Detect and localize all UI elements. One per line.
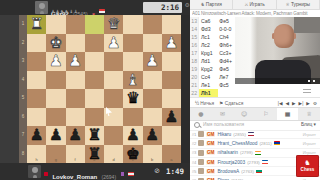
streamer-face <box>274 24 294 48</box>
opening-name: A01 Nimzowitsch-Larsen Attack: Modern, P… <box>192 10 318 17</box>
tab-Турниры[interactable]: ♕Турниры <box>277 0 320 9</box>
move-number: 17 <box>190 49 199 57</box>
fullscreen-icon[interactable] <box>313 80 315 82</box>
title-badge: GM <box>206 141 215 146</box>
move-number: 13 <box>190 17 199 25</box>
square-f6[interactable] <box>66 108 85 127</box>
country-flag-icon <box>246 179 252 180</box>
title-badge: GM <box>206 132 215 137</box>
square-a3[interactable] <box>162 52 181 71</box>
rank-label: #4 <box>190 160 198 165</box>
black-move[interactable]: Фе5 <box>218 65 236 73</box>
square-b7[interactable]: ♟ <box>143 126 162 145</box>
white-bishop-c4[interactable]: ♝ <box>123 71 142 90</box>
white-move[interactable]: Лс1 <box>199 33 217 41</box>
square-f4[interactable] <box>66 71 85 90</box>
square-e6[interactable] <box>85 108 104 127</box>
square-d2[interactable]: ♟ <box>104 34 123 53</box>
nav-icon[interactable]: ▶ <box>292 101 296 106</box>
title-badge: GM <box>206 178 215 180</box>
webcam-video <box>235 17 320 84</box>
white-move[interactable]: Крg2 <box>199 65 217 73</box>
title-badge: GM <box>206 169 215 174</box>
volume-icon[interactable] <box>308 80 310 82</box>
black-pawn-a6[interactable]: ♟ <box>162 108 181 127</box>
player-rating: (2763) <box>241 169 254 174</box>
title-badge: GM <box>206 160 215 165</box>
white-move[interactable]: Лd1 <box>199 57 217 65</box>
black-move[interactable]: Фd4+ <box>218 57 236 65</box>
rank-label: #5 <box>190 169 198 174</box>
chess-logo-badge: ♞ Chess <box>296 155 319 177</box>
black-move[interactable]: Фh6+ <box>218 41 236 49</box>
country-flag-icon <box>248 132 254 136</box>
black-pawn-b7[interactable]: ♟ <box>143 126 162 145</box>
square-a6[interactable]: ♟ <box>162 108 181 127</box>
player-status: Играет <box>303 141 316 146</box>
avatar <box>198 168 204 174</box>
country-flag-icon <box>256 169 262 173</box>
move-row: 20Сс4Ле7 <box>190 73 236 81</box>
white-move[interactable]: Сс4 <box>199 73 217 81</box>
white-move[interactable]: Сa6 <box>199 17 217 25</box>
white-pawn-f3[interactable]: ♟ <box>66 52 85 71</box>
avatar <box>35 1 48 14</box>
tab-icon: ♞ <box>200 2 204 7</box>
square-d4[interactable] <box>104 71 123 90</box>
move-number: 15 <box>190 33 199 41</box>
rank-label: #3 <box>190 150 198 155</box>
black-move[interactable]: Сh4 <box>218 33 236 41</box>
square-f7[interactable]: ♟ <box>66 126 85 145</box>
white-move[interactable]: Крg1 <box>199 49 217 57</box>
badge-text: Chess <box>301 167 315 172</box>
avatar <box>198 178 204 180</box>
move-row: 13Сa6Фе5 <box>190 17 236 25</box>
black-move[interactable]: Ле7 <box>218 73 236 81</box>
rank-label: #6 <box>190 178 198 180</box>
move-row: 21Ле1Фс5 <box>190 81 236 89</box>
player-rating: (2855) <box>233 132 246 137</box>
draw-offer-button[interactable]: ½ Ничья <box>195 101 214 106</box>
player-rating: (2745) <box>231 178 244 180</box>
move-row: 18Лd1Фd4+ <box>190 57 236 65</box>
board-right-margin <box>181 15 190 163</box>
player-name[interactable]: Firouzja2003 <box>217 160 245 165</box>
white-pawn-b3[interactable]: ♟ <box>143 52 162 71</box>
search-icon <box>194 122 200 128</box>
avatar <box>198 150 204 156</box>
title-badge: GM <box>206 150 215 155</box>
square-c5[interactable]: ♛ <box>123 89 142 108</box>
country-flag-icon <box>274 141 280 145</box>
black-pawn-h7[interactable]: ♟ <box>27 126 46 145</box>
square-g3[interactable]: ♟ <box>46 52 65 71</box>
player-rating: (2811) <box>259 141 271 146</box>
tab-icon: ⚔ <box>244 2 248 7</box>
background-furniture <box>294 17 320 33</box>
square-e5[interactable] <box>85 89 104 108</box>
move-number: 16 <box>190 41 199 49</box>
player-name[interactable]: nihalsarin <box>217 150 238 155</box>
square-h1[interactable]: ♜ <box>27 15 46 34</box>
move-row: 15Лс1Сh4 <box>190 33 236 41</box>
square-g5[interactable] <box>46 89 65 108</box>
leaderboard-row[interactable]: #1GMHikaru(2855)Играет <box>190 130 320 139</box>
square-c4[interactable]: ♝ <box>123 71 142 90</box>
square-h5[interactable] <box>27 89 46 108</box>
square-e4[interactable] <box>85 71 104 90</box>
move-row: 22Лh1 <box>190 89 236 97</box>
square-c7[interactable]: ♟ <box>123 126 142 145</box>
rank-label: #2 <box>190 141 198 146</box>
square-h6[interactable] <box>27 108 46 127</box>
square-a7[interactable] <box>162 126 181 145</box>
player-status: Играет <box>303 132 316 137</box>
black-move[interactable]: Сc3+ <box>218 49 236 57</box>
flag-icon <box>128 172 134 176</box>
square-d7[interactable] <box>104 126 123 145</box>
black-pawn-f7[interactable]: ♟ <box>66 126 85 145</box>
tab-Играть[interactable]: ⚔Играть <box>233 0 276 9</box>
square-g1[interactable] <box>46 15 65 34</box>
square-a5[interactable] <box>162 89 181 108</box>
patron-icon <box>121 172 124 176</box>
nav-icon[interactable]: |◀ <box>278 101 283 106</box>
leaderboard-row[interactable]: #6GMDinar(2745)Играет <box>190 176 320 180</box>
square-b3[interactable]: ♟ <box>143 52 162 71</box>
move-row: 16Лс2Фh6+ <box>190 41 236 49</box>
top-captured-pieces: ♟♟♞♞♝♝ <box>51 9 78 14</box>
square-g6[interactable] <box>46 108 65 127</box>
move-row: 14Фd30-0-0 <box>190 25 236 33</box>
webcam-bottom-bar <box>235 78 320 84</box>
white-move[interactable]: Ле1 <box>199 81 217 89</box>
leaderboard-row[interactable]: #2GMHrant_ChessMood(2811)Играет <box>190 139 320 148</box>
square-e1[interactable] <box>85 15 104 34</box>
nav-icon[interactable]: ▶ <box>306 101 310 106</box>
black-move[interactable]: Фе5 <box>218 17 236 25</box>
rating-filter-dropdown[interactable]: Блиц ▾ <box>301 122 316 127</box>
white-king-g2[interactable]: ♚ <box>46 34 65 53</box>
top-player-bar: Gaz92 (2545) ♥ ♟♟♞♞♝♝ 2:16 ⚙ <box>0 0 190 15</box>
square-g2[interactable]: ♚ <box>46 34 65 53</box>
square-h3[interactable] <box>27 52 46 71</box>
rank-coordinates: 12345678 <box>19 15 27 163</box>
move-number: 20 <box>190 73 199 81</box>
square-h4[interactable] <box>27 71 46 90</box>
move-list[interactable]: 13Сa6Фе514Фd30-0-015Лс1Сh416Лс2Фh6+17Крg… <box>190 17 236 97</box>
square-b1[interactable] <box>143 15 162 34</box>
bottom-clock: 1:49 <box>166 167 184 176</box>
avatar <box>198 159 204 165</box>
square-f3[interactable]: ♟ <box>66 52 85 71</box>
move-row: 17Крg1Сc3+ <box>190 49 236 57</box>
player-name[interactable]: BrodowsA <box>217 169 239 174</box>
search-input[interactable]: Имя пользователя <box>203 122 301 127</box>
top-clock: 2:16 <box>143 2 182 13</box>
square-d1[interactable]: ♛ <box>104 15 123 34</box>
square-g4[interactable] <box>46 71 65 90</box>
white-move[interactable]: Фd3 <box>199 25 217 33</box>
square-a4[interactable] <box>162 71 181 90</box>
player-name[interactable]: Hrant_ChessMood <box>217 141 257 146</box>
move-number: 14 <box>190 25 199 33</box>
black-move[interactable]: 0-0-0 <box>218 25 236 33</box>
knight-icon: ♞ <box>304 160 310 167</box>
move-nav-controls[interactable]: |◀◀▶▶|▶⚙ <box>278 101 317 106</box>
white-pawn-a2[interactable]: ♟ <box>162 34 181 53</box>
nav-icon[interactable]: ◀ <box>286 101 290 106</box>
square-d3[interactable] <box>104 52 123 71</box>
move-number: 18 <box>190 57 199 65</box>
white-pawn-d2[interactable]: ♟ <box>104 34 123 53</box>
white-queen-d1[interactable]: ♛ <box>104 15 123 34</box>
square-c2[interactable] <box>123 34 142 53</box>
square-c3[interactable] <box>123 52 142 71</box>
no-talk-icon[interactable]: ⊘ <box>154 167 160 175</box>
square-d5[interactable] <box>104 89 123 108</box>
square-f5[interactable] <box>66 89 85 108</box>
player-status: Играет <box>303 178 316 180</box>
black-move[interactable] <box>218 89 236 97</box>
square-e7[interactable]: ♜ <box>85 126 104 145</box>
avatar <box>198 131 204 137</box>
avatar <box>198 140 204 146</box>
square-e3[interactable] <box>85 52 104 71</box>
square-f1[interactable] <box>66 15 85 34</box>
black-pawn-c7[interactable]: ♟ <box>123 126 142 145</box>
country-flag-icon <box>262 160 268 164</box>
square-b2[interactable] <box>143 34 162 53</box>
player-name[interactable]: Hikaru <box>217 132 231 137</box>
rank-label: #1 <box>190 132 198 137</box>
square-c6[interactable] <box>123 108 142 127</box>
square-b6[interactable] <box>143 108 162 127</box>
square-c1[interactable] <box>123 15 142 34</box>
bottom-player-rating: (2694) <box>102 174 116 180</box>
panel-tabs: ♞Партия⚔Играть♕Турниры <box>190 0 320 10</box>
flag-icon <box>99 9 105 13</box>
nav-icon[interactable]: ⚙ <box>313 101 317 106</box>
square-e2[interactable] <box>85 34 104 53</box>
country-flag-icon <box>255 151 261 155</box>
black-move[interactable]: Фс5 <box>218 81 236 89</box>
move-row: 19Крg2Фе5 <box>190 65 236 73</box>
square-h2[interactable] <box>27 34 46 53</box>
bottom-player-bar: Lovkov_Roman (2694) ♙♙♙♘♘♗♖ +3 ⊘ 1:49 <box>0 163 190 180</box>
board-left-margin <box>0 15 19 163</box>
square-f2[interactable] <box>66 34 85 53</box>
move-number: 22 <box>190 89 199 97</box>
tab-Партия[interactable]: ♞Партия <box>190 0 233 9</box>
square-g7[interactable]: ♟ <box>46 126 65 145</box>
square-a1[interactable] <box>162 15 181 34</box>
white-move[interactable]: Лс2 <box>199 41 217 49</box>
move-number: 19 <box>190 65 199 73</box>
tab-icon: ♕ <box>286 2 290 7</box>
square-b4[interactable] <box>143 71 162 90</box>
nav-icon[interactable]: ▶| <box>299 101 304 106</box>
move-number: 21 <box>190 81 199 89</box>
square-b5[interactable] <box>143 89 162 108</box>
black-rook-e7[interactable]: ♜ <box>85 126 104 145</box>
player-rating: (2793) <box>247 160 260 165</box>
stream-screen: Gaz92 (2545) ♥ ♟♟♞♞♝♝ 2:16 ⚙ 12345678 ♜♛… <box>0 0 320 180</box>
player-name[interactable]: Dinar <box>217 178 228 180</box>
player-rating: (2799) <box>240 150 253 155</box>
black-pawn-g7[interactable]: ♟ <box>46 126 65 145</box>
resign-button[interactable]: ⚑ Сдаться <box>219 101 243 106</box>
volume-controls[interactable] <box>303 87 317 95</box>
white-move[interactable]: Лh1 <box>199 89 217 97</box>
white-pawn-g3[interactable]: ♟ <box>46 52 65 71</box>
white-rook-h1[interactable]: ♜ <box>27 15 46 34</box>
chess-board[interactable]: ♜♛♚♟♟♟♟♟♝♛♟♟♟♟♜♟♟♜♚ <box>27 15 181 163</box>
black-queen-c5[interactable]: ♛ <box>123 89 142 108</box>
square-h7[interactable]: ♟ <box>27 126 46 145</box>
square-a2[interactable]: ♟ <box>162 34 181 53</box>
